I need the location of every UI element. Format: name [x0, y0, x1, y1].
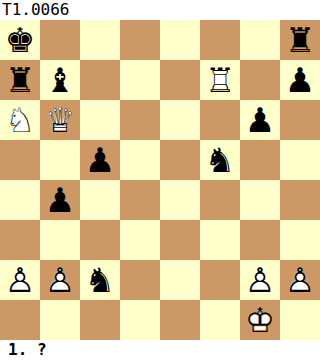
square-b5[interactable] [40, 140, 80, 180]
square-f2[interactable] [200, 260, 240, 300]
square-h1[interactable] [280, 300, 320, 340]
piece-white-knight-a6[interactable]: ♞♘ [0, 100, 40, 140]
square-d2[interactable] [120, 260, 160, 300]
square-h5[interactable] [280, 140, 320, 180]
square-d1[interactable] [120, 300, 160, 340]
square-e1[interactable] [160, 300, 200, 340]
square-c4[interactable] [80, 180, 120, 220]
square-c2[interactable]: ♞ [80, 260, 120, 300]
square-f1[interactable] [200, 300, 240, 340]
square-b1[interactable] [40, 300, 80, 340]
square-h3[interactable] [280, 220, 320, 260]
square-h2[interactable]: ♟♙ [280, 260, 320, 300]
square-c8[interactable] [80, 20, 120, 60]
piece-white-pawn-h2[interactable]: ♟♙ [280, 260, 320, 300]
square-g6[interactable]: ♟ [240, 100, 280, 140]
piece-black-pawn-h7[interactable]: ♟ [280, 60, 320, 100]
square-g3[interactable] [240, 220, 280, 260]
square-c1[interactable] [80, 300, 120, 340]
square-d4[interactable] [120, 180, 160, 220]
square-e8[interactable] [160, 20, 200, 60]
square-g8[interactable] [240, 20, 280, 60]
square-e3[interactable] [160, 220, 200, 260]
square-e7[interactable] [160, 60, 200, 100]
square-g5[interactable] [240, 140, 280, 180]
square-c6[interactable] [80, 100, 120, 140]
square-a8[interactable]: ♚ [0, 20, 40, 60]
square-e5[interactable] [160, 140, 200, 180]
square-b6[interactable]: ♛♕ [40, 100, 80, 140]
piece-white-king-g1[interactable]: ♚♔ [240, 300, 280, 340]
piece-outline: ♙ [40, 260, 80, 300]
square-f7[interactable]: ♜♖ [200, 60, 240, 100]
square-b4[interactable]: ♟ [40, 180, 80, 220]
piece-black-bishop-b7[interactable]: ♝ [40, 60, 80, 100]
square-g7[interactable] [240, 60, 280, 100]
square-g1[interactable]: ♚♔ [240, 300, 280, 340]
piece-black-knight-c2[interactable]: ♞ [80, 260, 120, 300]
square-d5[interactable] [120, 140, 160, 180]
square-f8[interactable] [200, 20, 240, 60]
square-a6[interactable]: ♞♘ [0, 100, 40, 140]
square-d6[interactable] [120, 100, 160, 140]
square-b3[interactable] [40, 220, 80, 260]
diagram-title: T1.0066 [0, 0, 320, 20]
piece-outline: ♔ [240, 300, 280, 340]
square-d3[interactable] [120, 220, 160, 260]
piece-black-pawn-b4[interactable]: ♟ [40, 180, 80, 220]
piece-outline: ♙ [240, 260, 280, 300]
square-d8[interactable] [120, 20, 160, 60]
square-b7[interactable]: ♝ [40, 60, 80, 100]
square-f4[interactable] [200, 180, 240, 220]
piece-black-king-a8[interactable]: ♚ [0, 20, 40, 60]
piece-white-pawn-b2[interactable]: ♟♙ [40, 260, 80, 300]
square-a2[interactable]: ♟♙ [0, 260, 40, 300]
piece-white-rook-f7[interactable]: ♜♖ [200, 60, 240, 100]
piece-black-pawn-c5[interactable]: ♟ [80, 140, 120, 180]
square-h6[interactable] [280, 100, 320, 140]
piece-white-queen-b6[interactable]: ♛♕ [40, 100, 80, 140]
piece-outline: ♖ [200, 60, 240, 100]
square-a4[interactable] [0, 180, 40, 220]
piece-black-rook-a7[interactable]: ♜ [0, 60, 40, 100]
square-f3[interactable] [200, 220, 240, 260]
square-a7[interactable]: ♜ [0, 60, 40, 100]
square-f5[interactable]: ♞ [200, 140, 240, 180]
square-b8[interactable] [40, 20, 80, 60]
piece-outline: ♙ [0, 260, 40, 300]
piece-white-pawn-a2[interactable]: ♟♙ [0, 260, 40, 300]
piece-black-knight-f5[interactable]: ♞ [200, 140, 240, 180]
square-h8[interactable]: ♜ [280, 20, 320, 60]
square-g4[interactable] [240, 180, 280, 220]
square-c3[interactable] [80, 220, 120, 260]
square-e6[interactable] [160, 100, 200, 140]
square-a1[interactable] [0, 300, 40, 340]
piece-white-pawn-g2[interactable]: ♟♙ [240, 260, 280, 300]
square-g2[interactable]: ♟♙ [240, 260, 280, 300]
square-h4[interactable] [280, 180, 320, 220]
piece-outline: ♙ [280, 260, 320, 300]
piece-outline: ♕ [40, 100, 80, 140]
square-a3[interactable] [0, 220, 40, 260]
square-b2[interactable]: ♟♙ [40, 260, 80, 300]
square-d7[interactable] [120, 60, 160, 100]
square-f6[interactable] [200, 100, 240, 140]
square-e4[interactable] [160, 180, 200, 220]
square-c7[interactable] [80, 60, 120, 100]
chess-board: ♚♜♜♝♜♖♟♞♘♛♕♟♟♞♟♟♙♟♙♞♟♙♟♙♚♔ [0, 20, 320, 340]
piece-black-pawn-g6[interactable]: ♟ [240, 100, 280, 140]
piece-outline: ♘ [0, 100, 40, 140]
piece-black-rook-h8[interactable]: ♜ [280, 20, 320, 60]
square-h7[interactable]: ♟ [280, 60, 320, 100]
square-e2[interactable] [160, 260, 200, 300]
square-a5[interactable] [0, 140, 40, 180]
square-c5[interactable]: ♟ [80, 140, 120, 180]
move-prompt: 1. ? [0, 340, 320, 360]
